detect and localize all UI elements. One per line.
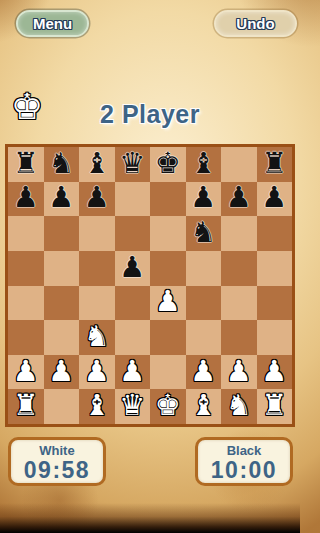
square-d1[interactable]: ♛ [115, 389, 151, 424]
white-pawn[interactable]: ♟ [13, 357, 39, 386]
white-bishop[interactable]: ♝ [190, 391, 216, 420]
chess-board: ♜♞♝♛♚♝♜♟♟♟♟♟♟♞♟♟♞♟♟♟♟♟♟♟♜♝♛♚♝♞♜ [5, 144, 295, 427]
black-pawn[interactable]: ♟ [48, 183, 74, 212]
square-a4[interactable] [8, 286, 44, 321]
white-clock: White 09:58 [8, 437, 106, 486]
burnt-edge-decoration [0, 503, 300, 533]
black-pawn[interactable]: ♟ [84, 183, 110, 212]
square-a2[interactable]: ♟ [8, 355, 44, 390]
black-clock-time: 10:00 [198, 457, 290, 484]
white-clock-time: 09:58 [11, 457, 103, 484]
square-c3[interactable]: ♞ [79, 320, 115, 355]
white-queen[interactable]: ♛ [119, 391, 145, 420]
square-f4[interactable] [186, 286, 222, 321]
square-g1[interactable]: ♞ [221, 389, 257, 424]
white-pawn[interactable]: ♟ [48, 357, 74, 386]
square-h3[interactable] [257, 320, 293, 355]
black-queen[interactable]: ♛ [119, 149, 145, 178]
black-knight[interactable]: ♞ [48, 149, 74, 178]
square-f5[interactable] [186, 251, 222, 286]
square-f2[interactable]: ♟ [186, 355, 222, 390]
square-c8[interactable]: ♝ [79, 147, 115, 182]
black-rook[interactable]: ♜ [13, 149, 39, 178]
square-b3[interactable] [44, 320, 80, 355]
square-a7[interactable]: ♟ [8, 182, 44, 217]
square-g6[interactable] [221, 216, 257, 251]
white-knight[interactable]: ♞ [226, 391, 252, 420]
black-clock: Black 10:00 [195, 437, 293, 486]
square-d2[interactable]: ♟ [115, 355, 151, 390]
black-bishop[interactable]: ♝ [84, 149, 110, 178]
square-d5[interactable]: ♟ [115, 251, 151, 286]
black-king[interactable]: ♚ [155, 149, 181, 178]
square-f1[interactable]: ♝ [186, 389, 222, 424]
square-b2[interactable]: ♟ [44, 355, 80, 390]
square-a1[interactable]: ♜ [8, 389, 44, 424]
square-b5[interactable] [44, 251, 80, 286]
square-b7[interactable]: ♟ [44, 182, 80, 217]
square-f8[interactable]: ♝ [186, 147, 222, 182]
square-h1[interactable]: ♜ [257, 389, 293, 424]
white-rook[interactable]: ♜ [261, 391, 287, 420]
square-g4[interactable] [221, 286, 257, 321]
white-knight[interactable]: ♞ [84, 322, 110, 351]
black-bishop[interactable]: ♝ [190, 149, 216, 178]
square-c5[interactable] [79, 251, 115, 286]
square-e6[interactable] [150, 216, 186, 251]
square-a8[interactable]: ♜ [8, 147, 44, 182]
white-pawn[interactable]: ♟ [84, 357, 110, 386]
black-pawn[interactable]: ♟ [226, 183, 252, 212]
white-pawn[interactable]: ♟ [190, 357, 216, 386]
square-e2[interactable] [150, 355, 186, 390]
square-d3[interactable] [115, 320, 151, 355]
undo-button[interactable]: Undo [214, 10, 297, 37]
square-g5[interactable] [221, 251, 257, 286]
square-f7[interactable]: ♟ [186, 182, 222, 217]
square-b1[interactable] [44, 389, 80, 424]
square-c1[interactable]: ♝ [79, 389, 115, 424]
square-a3[interactable] [8, 320, 44, 355]
square-d4[interactable] [115, 286, 151, 321]
square-c6[interactable] [79, 216, 115, 251]
square-e3[interactable] [150, 320, 186, 355]
black-pawn[interactable]: ♟ [190, 183, 216, 212]
square-g2[interactable]: ♟ [221, 355, 257, 390]
white-pawn[interactable]: ♟ [226, 357, 252, 386]
square-g3[interactable] [221, 320, 257, 355]
square-h2[interactable]: ♟ [257, 355, 293, 390]
square-h8[interactable]: ♜ [257, 147, 293, 182]
square-h6[interactable] [257, 216, 293, 251]
square-b4[interactable] [44, 286, 80, 321]
square-d7[interactable] [115, 182, 151, 217]
square-c7[interactable]: ♟ [79, 182, 115, 217]
square-h4[interactable] [257, 286, 293, 321]
black-rook[interactable]: ♜ [261, 149, 287, 178]
square-f3[interactable] [186, 320, 222, 355]
black-knight[interactable]: ♞ [190, 218, 216, 247]
square-d6[interactable] [115, 216, 151, 251]
square-h7[interactable]: ♟ [257, 182, 293, 217]
white-bishop[interactable]: ♝ [84, 391, 110, 420]
square-b6[interactable] [44, 216, 80, 251]
square-e5[interactable] [150, 251, 186, 286]
white-pawn[interactable]: ♟ [155, 287, 181, 316]
page-title: 2 Player [0, 100, 300, 129]
square-b8[interactable]: ♞ [44, 147, 80, 182]
square-g7[interactable]: ♟ [221, 182, 257, 217]
menu-button[interactable]: Menu [16, 10, 89, 37]
black-pawn[interactable]: ♟ [119, 253, 145, 282]
white-rook[interactable]: ♜ [13, 391, 39, 420]
square-a5[interactable] [8, 251, 44, 286]
white-clock-label: White [11, 443, 103, 458]
square-f6[interactable]: ♞ [186, 216, 222, 251]
square-e8[interactable]: ♚ [150, 147, 186, 182]
square-e4[interactable]: ♟ [150, 286, 186, 321]
square-d8[interactable]: ♛ [115, 147, 151, 182]
white-pawn[interactable]: ♟ [261, 357, 287, 386]
square-c4[interactable] [79, 286, 115, 321]
square-h5[interactable] [257, 251, 293, 286]
square-e7[interactable] [150, 182, 186, 217]
white-king[interactable]: ♚ [155, 391, 181, 420]
black-pawn[interactable]: ♟ [261, 183, 287, 212]
square-g8[interactable] [221, 147, 257, 182]
white-pawn[interactable]: ♟ [119, 357, 145, 386]
black-pawn[interactable]: ♟ [13, 183, 39, 212]
black-clock-label: Black [198, 443, 290, 458]
square-a6[interactable] [8, 216, 44, 251]
square-e1[interactable]: ♚ [150, 389, 186, 424]
square-c2[interactable]: ♟ [79, 355, 115, 390]
